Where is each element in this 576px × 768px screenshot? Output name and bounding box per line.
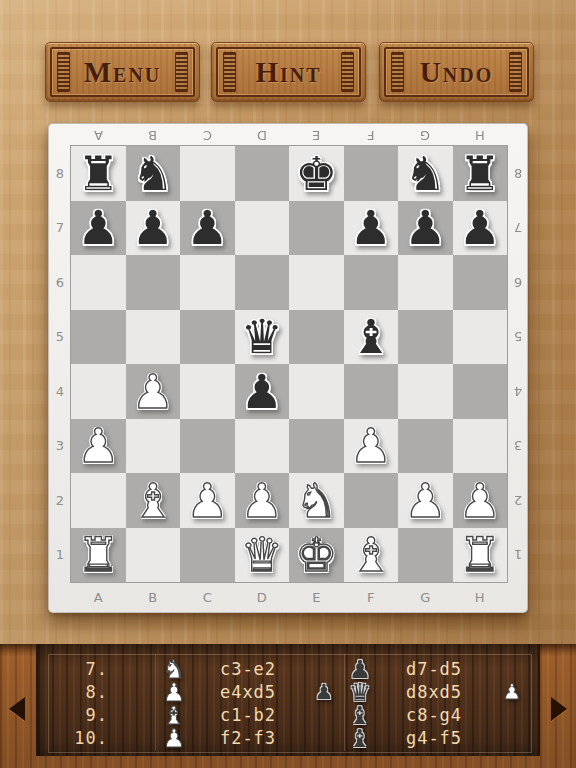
square-h1[interactable]: ♜ <box>453 528 508 583</box>
black-move-piece-icon: ♝ <box>345 727 375 750</box>
coordinate-label: B <box>126 583 181 613</box>
previous-moves-arrow[interactable] <box>9 697 25 721</box>
coordinate-label: 5 <box>507 310 529 365</box>
hint-button-label: Hint <box>241 50 336 94</box>
move-row: 7.♞c3-e2♟d7-d5 <box>38 658 538 681</box>
move-row: 8.♟e4xd5♛d8xd5 <box>38 681 538 704</box>
square-a3[interactable]: ♟ <box>71 419 126 474</box>
square-b2[interactable]: ♝ <box>126 473 181 528</box>
coordinate-label: A <box>71 124 126 146</box>
square-c7[interactable]: ♟ <box>180 201 235 256</box>
square-e3[interactable] <box>289 419 344 474</box>
black-pawn-piece[interactable]: ♟ <box>241 368 283 415</box>
white-knight-piece[interactable]: ♞ <box>295 477 337 524</box>
coordinate-label: G <box>398 583 453 613</box>
coordinate-label: 8 <box>49 146 71 201</box>
coordinate-label: 3 <box>49 419 71 474</box>
white-pawn-piece[interactable]: ♟ <box>459 477 501 524</box>
move-number: 7. <box>56 658 108 681</box>
white-pawn-piece[interactable]: ♟ <box>404 477 446 524</box>
white-pawn-piece[interactable]: ♟ <box>132 368 174 415</box>
white-move-text: c1-b2 <box>192 704 304 727</box>
coordinate-label: 6 <box>49 255 71 310</box>
white-move-text: c3-e2 <box>192 658 304 681</box>
square-d2[interactable]: ♟ <box>235 473 290 528</box>
square-f5[interactable]: ♝ <box>344 310 399 365</box>
square-h4[interactable] <box>453 364 508 419</box>
undo-button[interactable]: Undo <box>379 42 534 102</box>
white-bishop-piece[interactable]: ♝ <box>350 531 392 578</box>
black-pawn-piece[interactable]: ♟ <box>77 204 119 251</box>
square-c1[interactable] <box>180 528 235 583</box>
square-h8[interactable]: ♜ <box>453 146 508 201</box>
move-list-section: 7.♞c3-e2♟d7-d58.♟e4xd5♛d8xd59.♝c1-b2♝c8-… <box>0 644 576 768</box>
square-h2[interactable]: ♟ <box>453 473 508 528</box>
menu-button-frame: Menu <box>50 47 195 97</box>
coordinate-label: C <box>180 583 235 613</box>
move-number: 9. <box>56 704 108 727</box>
square-d6[interactable] <box>235 255 290 310</box>
black-move-text: d7-d5 <box>378 658 490 681</box>
ornament-strip-icon <box>391 52 404 92</box>
white-move-text: f2-f3 <box>192 727 304 750</box>
ornament-strip-icon <box>57 52 70 92</box>
coordinate-label: C <box>180 124 235 146</box>
square-f1[interactable]: ♝ <box>344 528 399 583</box>
coordinate-label: 2 <box>507 473 529 528</box>
black-pawn-piece[interactable]: ♟ <box>350 204 392 251</box>
coordinate-label: F <box>344 583 399 613</box>
captured-black-pawn-icon: ♟ <box>310 679 338 705</box>
captured-white-pawn-icon: ♟ <box>498 679 526 705</box>
white-pawn-piece[interactable]: ♟ <box>186 477 228 524</box>
square-d8[interactable] <box>235 146 290 201</box>
rank-labels-left: 87654321 <box>49 146 71 582</box>
square-f7[interactable]: ♟ <box>344 201 399 256</box>
white-king-piece[interactable]: ♚ <box>295 531 337 578</box>
square-d3[interactable] <box>235 419 290 474</box>
ornament-strip-icon <box>509 52 522 92</box>
square-h6[interactable] <box>453 255 508 310</box>
coordinate-label: H <box>453 583 508 613</box>
white-pawn-piece[interactable]: ♟ <box>241 477 283 524</box>
coordinate-label: H <box>453 124 508 146</box>
next-moves-arrow[interactable] <box>551 697 567 721</box>
square-h5[interactable] <box>453 310 508 365</box>
black-pawn-piece[interactable]: ♟ <box>186 204 228 251</box>
square-g8[interactable]: ♞ <box>398 146 453 201</box>
coordinate-label: A <box>71 583 126 613</box>
square-f4[interactable] <box>344 364 399 419</box>
white-move-text: e4xd5 <box>192 681 304 704</box>
black-move-text: d8xd5 <box>378 681 490 704</box>
coordinate-label: 3 <box>507 419 529 474</box>
undo-button-label: Undo <box>409 50 504 94</box>
black-move-text: c8-g4 <box>378 704 490 727</box>
square-b4[interactable]: ♟ <box>126 364 181 419</box>
square-c5[interactable] <box>180 310 235 365</box>
coordinate-label: 8 <box>507 146 529 201</box>
square-c3[interactable] <box>180 419 235 474</box>
square-a8[interactable]: ♜ <box>71 146 126 201</box>
black-pawn-piece[interactable]: ♟ <box>404 204 446 251</box>
move-row: 9.♝c1-b2♝c8-g4 <box>38 704 538 727</box>
coordinate-label: 4 <box>507 364 529 419</box>
coordinate-label: 1 <box>49 528 71 583</box>
undo-button-frame: Undo <box>384 47 529 97</box>
square-c4[interactable] <box>180 364 235 419</box>
white-pawn-piece[interactable]: ♟ <box>350 422 392 469</box>
coordinate-label: B <box>126 124 181 146</box>
square-d5[interactable]: ♛ <box>235 310 290 365</box>
coordinate-label: E <box>289 583 344 613</box>
square-c2[interactable]: ♟ <box>180 473 235 528</box>
square-g4[interactable] <box>398 364 453 419</box>
chess-board: ABCDEFGH ABCDEFGH 87654321 87654321 ♜♞♚♞… <box>48 123 528 613</box>
black-knight-piece[interactable]: ♞ <box>404 150 446 197</box>
menu-button-label: Menu <box>75 50 170 94</box>
square-f2[interactable] <box>344 473 399 528</box>
black-queen-piece[interactable]: ♛ <box>241 313 283 360</box>
hint-button[interactable]: Hint <box>211 42 366 102</box>
square-e1[interactable]: ♚ <box>289 528 344 583</box>
coordinate-label: E <box>289 124 344 146</box>
square-b5[interactable] <box>126 310 181 365</box>
square-h7[interactable]: ♟ <box>453 201 508 256</box>
coordinate-label: 5 <box>49 310 71 365</box>
square-d1[interactable]: ♛ <box>235 528 290 583</box>
square-b1[interactable] <box>126 528 181 583</box>
rank-labels-right: 87654321 <box>507 146 529 582</box>
square-e7[interactable] <box>289 201 344 256</box>
file-labels-top: ABCDEFGH <box>71 124 507 146</box>
white-queen-piece[interactable]: ♛ <box>241 531 283 578</box>
square-e2[interactable]: ♞ <box>289 473 344 528</box>
move-row: 10.♟f2-f3♝g4-f5 <box>38 727 538 750</box>
coordinate-label: F <box>344 124 399 146</box>
square-g3[interactable] <box>398 419 453 474</box>
hint-button-frame: Hint <box>216 47 361 97</box>
black-rook-piece[interactable]: ♜ <box>77 150 119 197</box>
square-b7[interactable]: ♟ <box>126 201 181 256</box>
square-e5[interactable] <box>289 310 344 365</box>
square-g7[interactable]: ♟ <box>398 201 453 256</box>
square-e6[interactable] <box>289 255 344 310</box>
coordinate-label: 4 <box>49 364 71 419</box>
move-number: 10. <box>56 727 108 750</box>
coordinate-label: D <box>235 583 290 613</box>
coordinate-label: G <box>398 124 453 146</box>
square-h3[interactable] <box>453 419 508 474</box>
square-e4[interactable] <box>289 364 344 419</box>
coordinate-label: 2 <box>49 473 71 528</box>
square-a5[interactable] <box>71 310 126 365</box>
ornament-strip-icon <box>223 52 236 92</box>
square-b8[interactable]: ♞ <box>126 146 181 201</box>
black-knight-piece[interactable]: ♞ <box>132 150 174 197</box>
black-move-text: g4-f5 <box>378 727 490 750</box>
square-a7[interactable]: ♟ <box>71 201 126 256</box>
square-c6[interactable] <box>180 255 235 310</box>
coordinate-label: 6 <box>507 255 529 310</box>
ornament-strip-icon <box>175 52 188 92</box>
square-b6[interactable] <box>126 255 181 310</box>
white-rook-piece[interactable]: ♜ <box>77 531 119 578</box>
square-a2[interactable] <box>71 473 126 528</box>
square-g5[interactable] <box>398 310 453 365</box>
square-d7[interactable] <box>235 201 290 256</box>
square-a6[interactable] <box>71 255 126 310</box>
square-g2[interactable]: ♟ <box>398 473 453 528</box>
white-move-piece-icon: ♟ <box>159 727 189 750</box>
ornament-strip-icon <box>341 52 354 92</box>
black-rook-piece[interactable]: ♜ <box>459 150 501 197</box>
square-b3[interactable] <box>126 419 181 474</box>
square-f3[interactable]: ♟ <box>344 419 399 474</box>
move-list-panel: 7.♞c3-e2♟d7-d58.♟e4xd5♛d8xd59.♝c1-b2♝c8-… <box>36 644 540 756</box>
coordinate-label: D <box>235 124 290 146</box>
square-e8[interactable]: ♚ <box>289 146 344 201</box>
white-bishop-piece[interactable]: ♝ <box>132 477 174 524</box>
square-d4[interactable]: ♟ <box>235 364 290 419</box>
square-f6[interactable] <box>344 255 399 310</box>
file-labels-bottom: ABCDEFGH <box>71 583 507 613</box>
black-pawn-piece[interactable]: ♟ <box>132 204 174 251</box>
white-pawn-piece[interactable]: ♟ <box>77 422 119 469</box>
square-c8[interactable] <box>180 146 235 201</box>
black-pawn-piece[interactable]: ♟ <box>459 204 501 251</box>
coordinate-label: 1 <box>507 528 529 583</box>
move-number: 8. <box>56 681 108 704</box>
square-g6[interactable] <box>398 255 453 310</box>
square-a1[interactable]: ♜ <box>71 528 126 583</box>
square-g1[interactable] <box>398 528 453 583</box>
square-a4[interactable] <box>71 364 126 419</box>
black-king-piece[interactable]: ♚ <box>295 150 337 197</box>
square-f8[interactable] <box>344 146 399 201</box>
board-grid: ♜♞♚♞♜♟♟♟♟♟♟♛♝♟♟♟♟♝♟♟♞♟♟♜♛♚♝♜ <box>71 146 507 582</box>
menu-button[interactable]: Menu <box>45 42 200 102</box>
black-bishop-piece[interactable]: ♝ <box>350 313 392 360</box>
coordinate-label: 7 <box>507 201 529 256</box>
white-rook-piece[interactable]: ♜ <box>459 531 501 578</box>
coordinate-label: 7 <box>49 201 71 256</box>
